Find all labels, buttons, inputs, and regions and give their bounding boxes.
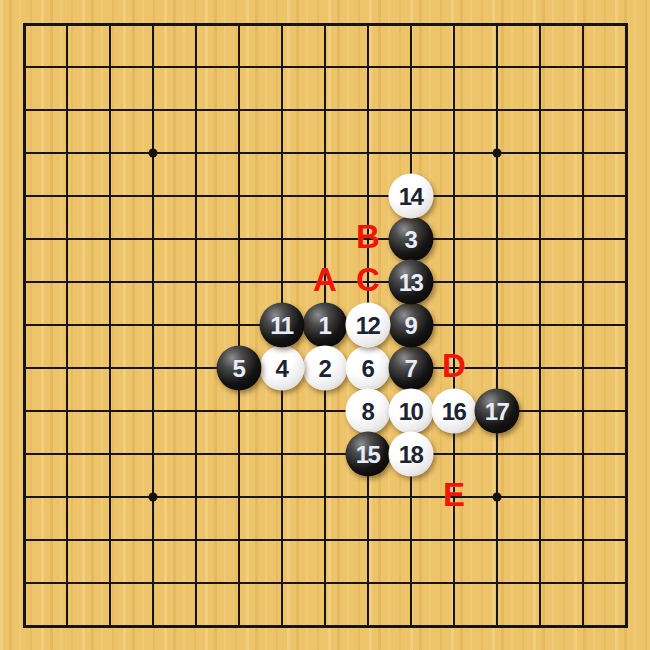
board-intersection[interactable]: [562, 562, 605, 605]
board-intersection[interactable]: [433, 261, 476, 304]
board-intersection[interactable]: [519, 476, 562, 519]
board-intersection[interactable]: [261, 347, 304, 390]
board-intersection[interactable]: [433, 433, 476, 476]
board-intersection[interactable]: [476, 347, 519, 390]
board-intersection[interactable]: [89, 261, 132, 304]
board-intersection[interactable]: [132, 261, 175, 304]
board-intersection[interactable]: [476, 89, 519, 132]
board-intersection[interactable]: [390, 3, 433, 46]
board-intersection[interactable]: [562, 390, 605, 433]
board-intersection[interactable]: [433, 562, 476, 605]
board-intersection[interactable]: [605, 304, 648, 347]
board-intersection[interactable]: [218, 46, 261, 89]
board-intersection[interactable]: [261, 433, 304, 476]
board-intersection[interactable]: [347, 390, 390, 433]
board-intersection[interactable]: [3, 476, 46, 519]
board-intersection[interactable]: [89, 3, 132, 46]
board-intersection[interactable]: [218, 390, 261, 433]
board-intersection[interactable]: [519, 347, 562, 390]
board-intersection[interactable]: [261, 46, 304, 89]
board-intersection[interactable]: [304, 46, 347, 89]
board-intersection[interactable]: [3, 605, 46, 648]
board-intersection[interactable]: [46, 476, 89, 519]
board-intersection[interactable]: [347, 3, 390, 46]
board-intersection[interactable]: [89, 347, 132, 390]
board-intersection[interactable]: [218, 304, 261, 347]
board-intersection[interactable]: [519, 3, 562, 46]
board-intersection[interactable]: [347, 433, 390, 476]
board-intersection[interactable]: [347, 347, 390, 390]
board-intersection[interactable]: [132, 476, 175, 519]
board-intersection[interactable]: [347, 562, 390, 605]
board-intersection[interactable]: [433, 132, 476, 175]
board-intersection[interactable]: [304, 304, 347, 347]
board-intersection[interactable]: [218, 218, 261, 261]
board-intersection[interactable]: [46, 3, 89, 46]
board-intersection[interactable]: [132, 218, 175, 261]
board-intersection[interactable]: [605, 562, 648, 605]
board-intersection[interactable]: [304, 519, 347, 562]
board-intersection[interactable]: [304, 347, 347, 390]
board-intersection[interactable]: [175, 433, 218, 476]
board-intersection[interactable]: [175, 519, 218, 562]
board-intersection[interactable]: [519, 261, 562, 304]
board-intersection[interactable]: [562, 218, 605, 261]
board-intersection[interactable]: [433, 347, 476, 390]
board-intersection[interactable]: [89, 476, 132, 519]
board-intersection[interactable]: [605, 519, 648, 562]
board-intersection[interactable]: [519, 519, 562, 562]
board-intersection[interactable]: [390, 89, 433, 132]
board-intersection[interactable]: [390, 605, 433, 648]
board-intersection[interactable]: [218, 347, 261, 390]
board-intersection[interactable]: [562, 476, 605, 519]
board-intersection[interactable]: [476, 476, 519, 519]
board-intersection[interactable]: [89, 132, 132, 175]
board-intersection[interactable]: [218, 605, 261, 648]
board-intersection[interactable]: [261, 175, 304, 218]
board-intersection[interactable]: [261, 304, 304, 347]
board-intersection[interactable]: [562, 304, 605, 347]
board-intersection[interactable]: [433, 390, 476, 433]
board-intersection[interactable]: [175, 476, 218, 519]
board-intersection[interactable]: [390, 46, 433, 89]
board-intersection[interactable]: [433, 218, 476, 261]
board-intersection[interactable]: [175, 46, 218, 89]
board-intersection[interactable]: [304, 89, 347, 132]
board-intersection[interactable]: [476, 390, 519, 433]
board-intersection[interactable]: [261, 218, 304, 261]
board-intersection[interactable]: [3, 562, 46, 605]
board-intersection[interactable]: [261, 132, 304, 175]
board-intersection[interactable]: [218, 562, 261, 605]
board-intersection[interactable]: [175, 89, 218, 132]
board-intersection[interactable]: [562, 132, 605, 175]
goban-board: ABCDE123456789101112131415161718: [0, 0, 650, 650]
board-intersection[interactable]: [476, 132, 519, 175]
board-intersection[interactable]: [605, 132, 648, 175]
board-intersection[interactable]: [218, 3, 261, 46]
board-intersection[interactable]: [175, 261, 218, 304]
board-intersection[interactable]: [89, 46, 132, 89]
board-intersection[interactable]: [89, 175, 132, 218]
board-intersection[interactable]: [433, 519, 476, 562]
board-intersection[interactable]: [562, 433, 605, 476]
board-intersection[interactable]: [390, 261, 433, 304]
board-intersection[interactable]: [605, 218, 648, 261]
board-intersection[interactable]: [476, 218, 519, 261]
board-intersection[interactable]: [562, 46, 605, 89]
board-intersection[interactable]: [218, 433, 261, 476]
board-intersection[interactable]: [46, 89, 89, 132]
board-intersection[interactable]: [3, 89, 46, 132]
board-intersection[interactable]: [46, 261, 89, 304]
board-intersection[interactable]: [562, 261, 605, 304]
board-intersection[interactable]: [89, 562, 132, 605]
board-intersection[interactable]: [46, 433, 89, 476]
board-intersection[interactable]: [175, 218, 218, 261]
board-intersection[interactable]: [3, 519, 46, 562]
board-intersection[interactable]: [304, 562, 347, 605]
board-intersection[interactable]: [3, 175, 46, 218]
board-intersection[interactable]: [261, 261, 304, 304]
board-intersection[interactable]: [132, 3, 175, 46]
board-intersection[interactable]: [304, 261, 347, 304]
board-intersection[interactable]: [89, 519, 132, 562]
board-intersection[interactable]: [89, 605, 132, 648]
board-intersection[interactable]: [476, 304, 519, 347]
board-intersection[interactable]: [562, 89, 605, 132]
board-intersection[interactable]: [519, 605, 562, 648]
board-intersection[interactable]: [347, 175, 390, 218]
board-intersection[interactable]: [218, 89, 261, 132]
board-intersection[interactable]: [132, 304, 175, 347]
board-intersection[interactable]: [605, 347, 648, 390]
board-intersection[interactable]: [476, 605, 519, 648]
board-intersection[interactable]: [347, 605, 390, 648]
board-intersection[interactable]: [46, 390, 89, 433]
board-intersection[interactable]: [175, 132, 218, 175]
board-intersection[interactable]: [347, 261, 390, 304]
board-intersection[interactable]: [304, 218, 347, 261]
board-intersection[interactable]: [175, 175, 218, 218]
board-intersection[interactable]: [476, 46, 519, 89]
board-intersection[interactable]: [390, 476, 433, 519]
board-intersection[interactable]: [261, 89, 304, 132]
board-intersection[interactable]: [3, 46, 46, 89]
board-intersection[interactable]: [132, 175, 175, 218]
board-intersection[interactable]: [562, 3, 605, 46]
board-intersection[interactable]: [605, 3, 648, 46]
board-intersection[interactable]: [132, 433, 175, 476]
board-intersection[interactable]: [304, 390, 347, 433]
board-intersection[interactable]: [433, 3, 476, 46]
board-intersection[interactable]: [218, 175, 261, 218]
board-intersection[interactable]: [433, 605, 476, 648]
board-intersection[interactable]: [347, 519, 390, 562]
board-intersection[interactable]: [562, 519, 605, 562]
board-intersection[interactable]: [3, 433, 46, 476]
board-intersection[interactable]: [476, 562, 519, 605]
board-intersection[interactable]: [89, 304, 132, 347]
board-intersection[interactable]: [347, 304, 390, 347]
board-intersection[interactable]: [519, 433, 562, 476]
board-intersection[interactable]: [605, 46, 648, 89]
board-intersection[interactable]: [261, 562, 304, 605]
board-intersection[interactable]: [519, 175, 562, 218]
board-intersection[interactable]: [605, 89, 648, 132]
board-intersection[interactable]: [390, 433, 433, 476]
board-intersection[interactable]: [304, 132, 347, 175]
board-intersection[interactable]: [132, 390, 175, 433]
board-intersection[interactable]: [519, 132, 562, 175]
board-intersection[interactable]: [562, 347, 605, 390]
board-intersection[interactable]: [476, 519, 519, 562]
board-intersection[interactable]: [347, 46, 390, 89]
board-intersection[interactable]: [562, 175, 605, 218]
board-intersection[interactable]: [605, 605, 648, 648]
board-intersection[interactable]: [3, 347, 46, 390]
board-intersection[interactable]: [46, 132, 89, 175]
board-intersection[interactable]: [390, 347, 433, 390]
board-intersection[interactable]: [304, 433, 347, 476]
board-intersection[interactable]: [390, 175, 433, 218]
board-intersection[interactable]: [132, 89, 175, 132]
board-intersection[interactable]: [261, 605, 304, 648]
board-intersection[interactable]: [3, 304, 46, 347]
board-intersection[interactable]: [519, 562, 562, 605]
board-intersection[interactable]: [519, 390, 562, 433]
board-intersection[interactable]: [3, 218, 46, 261]
board-intersection[interactable]: [89, 390, 132, 433]
board-intersection[interactable]: [605, 261, 648, 304]
board-intersection[interactable]: [132, 519, 175, 562]
board-intersection[interactable]: [261, 390, 304, 433]
board-intersection[interactable]: [347, 132, 390, 175]
board-intersection[interactable]: [46, 175, 89, 218]
board-intersection[interactable]: [519, 89, 562, 132]
board-intersection[interactable]: [304, 476, 347, 519]
board-intersection[interactable]: [89, 433, 132, 476]
board-intersection[interactable]: [3, 3, 46, 46]
board-intersection[interactable]: [304, 175, 347, 218]
board-intersection[interactable]: [46, 304, 89, 347]
board-intersection[interactable]: [89, 89, 132, 132]
board-intersection[interactable]: [175, 347, 218, 390]
board-intersection[interactable]: [390, 519, 433, 562]
board-intersection[interactable]: [304, 605, 347, 648]
board-intersection[interactable]: [390, 390, 433, 433]
board-intersection[interactable]: [433, 89, 476, 132]
board-intersection[interactable]: [46, 519, 89, 562]
board-intersection[interactable]: [3, 132, 46, 175]
board-intersection[interactable]: [3, 261, 46, 304]
board-intersection[interactable]: [433, 46, 476, 89]
board-intersection[interactable]: [46, 605, 89, 648]
board-intersection[interactable]: [390, 562, 433, 605]
board-intersection[interactable]: [519, 46, 562, 89]
board-intersection[interactable]: [175, 390, 218, 433]
board-intersection[interactable]: [261, 3, 304, 46]
board-intersection[interactable]: [132, 347, 175, 390]
board-intersection[interactable]: [175, 304, 218, 347]
board-grid: [3, 3, 648, 648]
board-intersection[interactable]: [433, 476, 476, 519]
board-intersection[interactable]: [605, 175, 648, 218]
board-intersection[interactable]: [605, 433, 648, 476]
board-intersection[interactable]: [175, 562, 218, 605]
board-intersection[interactable]: [46, 46, 89, 89]
board-intersection[interactable]: [519, 304, 562, 347]
board-intersection[interactable]: [261, 519, 304, 562]
board-intersection[interactable]: [218, 476, 261, 519]
board-intersection[interactable]: [89, 218, 132, 261]
board-intersection[interactable]: [304, 3, 347, 46]
board-intersection[interactable]: [3, 390, 46, 433]
board-intersection[interactable]: [132, 562, 175, 605]
board-intersection[interactable]: [347, 476, 390, 519]
board-intersection[interactable]: [433, 175, 476, 218]
board-intersection[interactable]: [218, 519, 261, 562]
board-intersection[interactable]: [519, 218, 562, 261]
board-intersection[interactable]: [261, 476, 304, 519]
board-intersection[interactable]: [605, 390, 648, 433]
board-intersection[interactable]: [175, 3, 218, 46]
board-intersection[interactable]: [390, 132, 433, 175]
board-intersection[interactable]: [132, 46, 175, 89]
board-intersection[interactable]: [476, 261, 519, 304]
board-intersection[interactable]: [46, 562, 89, 605]
board-intersection[interactable]: [46, 347, 89, 390]
board-intersection[interactable]: [605, 476, 648, 519]
board-intersection[interactable]: [476, 175, 519, 218]
board-intersection[interactable]: [390, 304, 433, 347]
board-intersection[interactable]: [562, 605, 605, 648]
board-intersection[interactable]: [218, 261, 261, 304]
board-intersection[interactable]: [476, 433, 519, 476]
board-intersection[interactable]: [132, 605, 175, 648]
board-intersection[interactable]: [218, 132, 261, 175]
board-intersection[interactable]: [132, 132, 175, 175]
board-intersection[interactable]: [476, 3, 519, 46]
board-intersection[interactable]: [347, 218, 390, 261]
board-intersection[interactable]: [175, 605, 218, 648]
board-intersection[interactable]: [347, 89, 390, 132]
board-intersection[interactable]: [433, 304, 476, 347]
board-intersection[interactable]: [46, 218, 89, 261]
board-intersection[interactable]: [390, 218, 433, 261]
